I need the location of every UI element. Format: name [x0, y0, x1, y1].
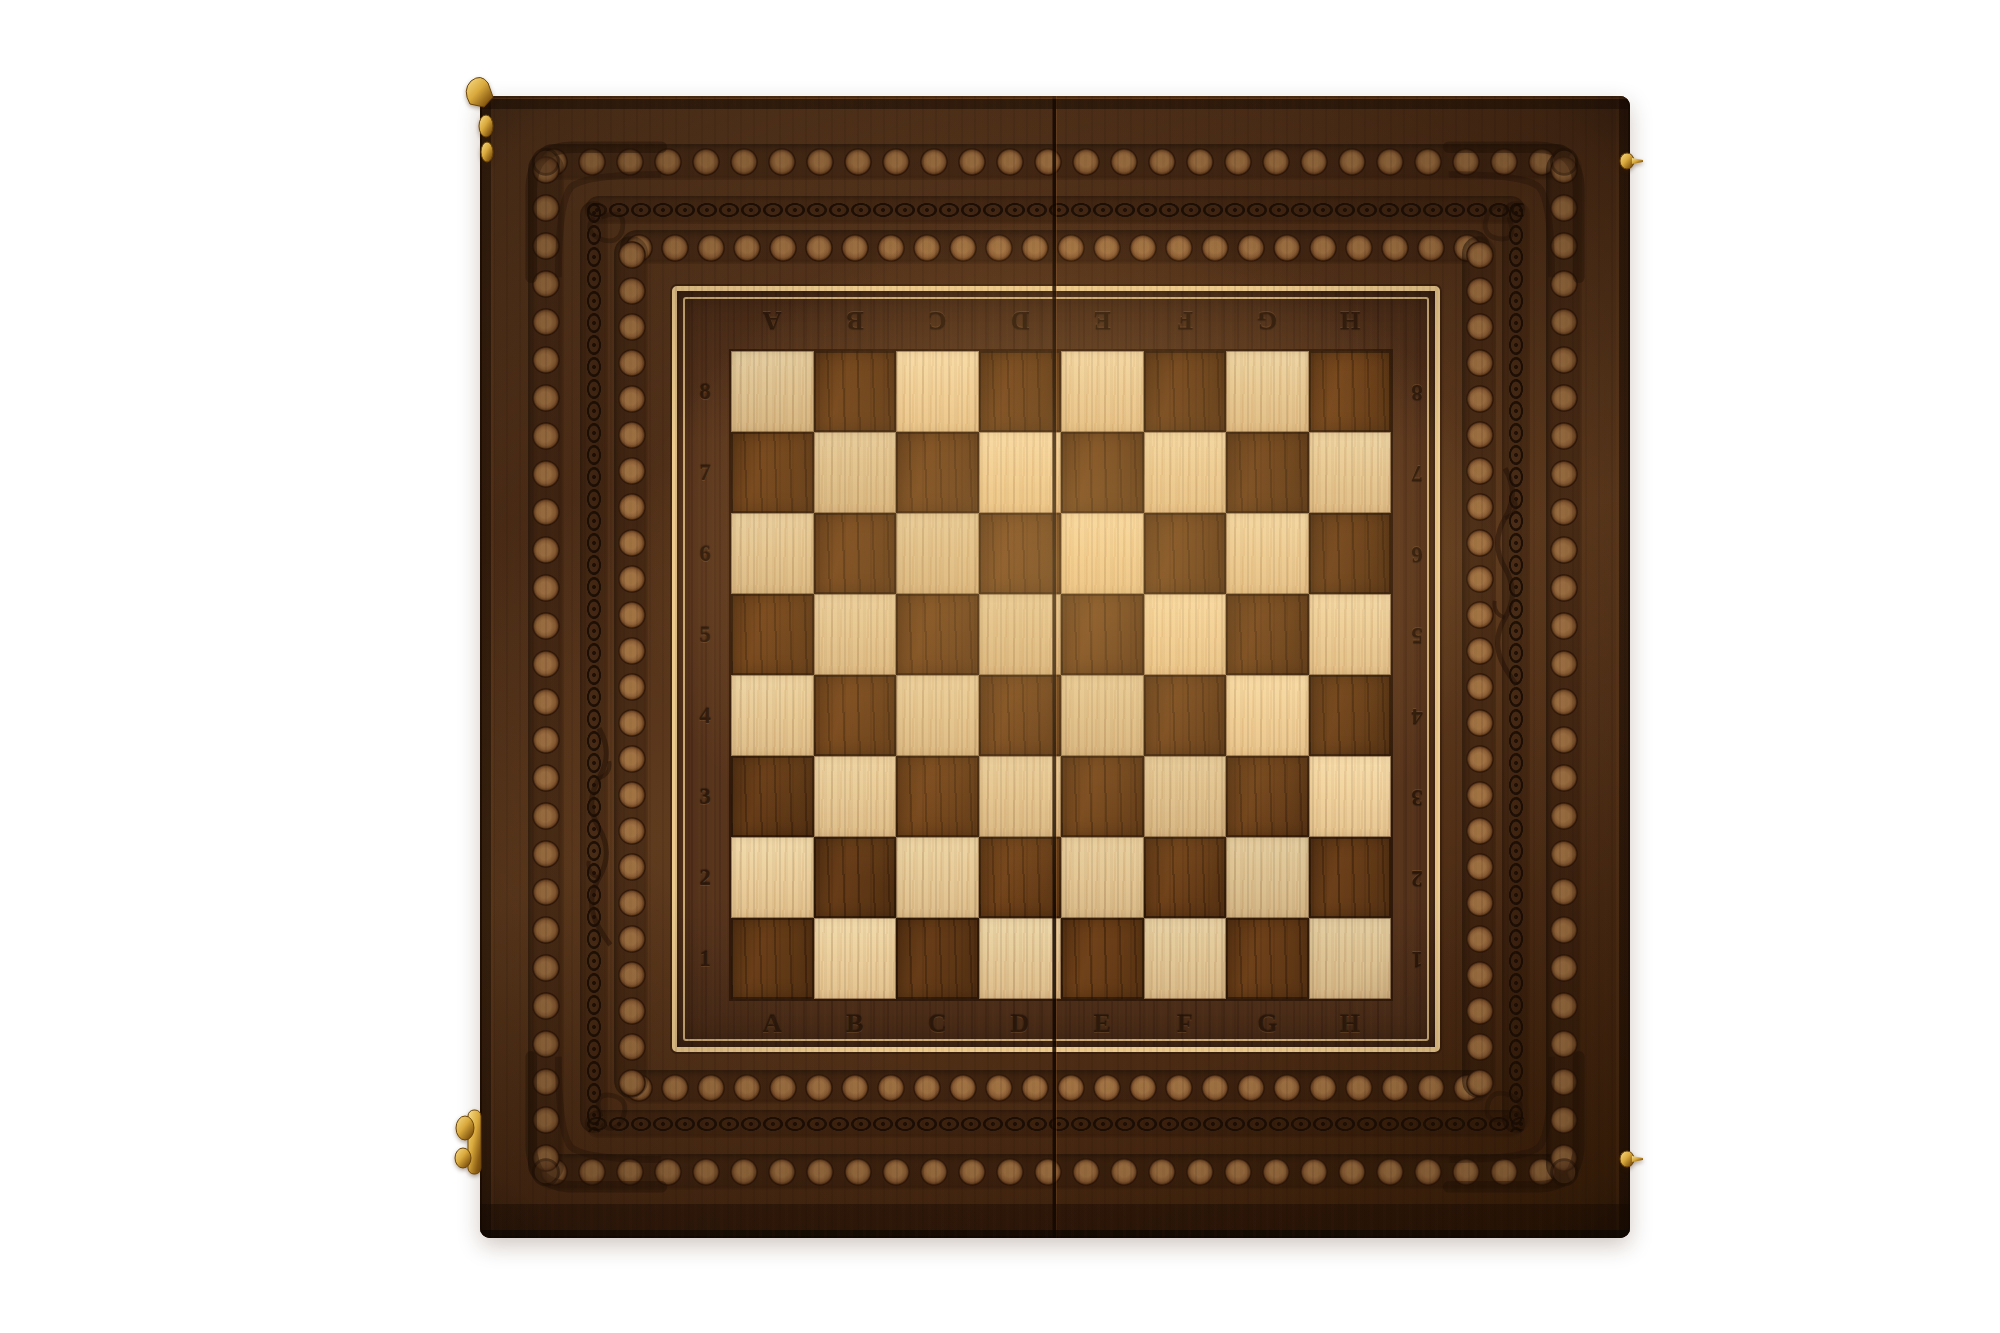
square-c5[interactable] [896, 594, 979, 675]
square-f2[interactable] [1144, 837, 1227, 918]
file-label-top-b: B [833, 303, 877, 337]
square-d2[interactable] [979, 837, 1062, 918]
square-g6[interactable] [1226, 513, 1309, 594]
rank-label-right-1: 1 [1395, 944, 1439, 974]
file-label-top-g: G [1245, 303, 1289, 337]
square-a4[interactable] [731, 675, 814, 756]
file-label-bottom-d: D [998, 1007, 1042, 1041]
bottom-right-hinge-pin[interactable] [1618, 1144, 1644, 1174]
square-g8[interactable] [1226, 351, 1309, 432]
square-g4[interactable] [1226, 675, 1309, 756]
square-h6[interactable] [1309, 513, 1392, 594]
rank-label-left-4: 4 [683, 701, 727, 731]
rank-label-right-2: 2 [1395, 863, 1439, 893]
rank-label-right-4: 4 [1395, 701, 1439, 731]
file-label-bottom-e: E [1080, 1007, 1124, 1041]
rank-label-right-7: 7 [1395, 458, 1439, 488]
square-c8[interactable] [896, 351, 979, 432]
vine-flourish-right [1488, 426, 1522, 726]
bottom-left-clasp[interactable] [450, 1104, 490, 1182]
square-h8[interactable] [1309, 351, 1392, 432]
square-e3[interactable] [1061, 756, 1144, 837]
square-e1[interactable] [1061, 918, 1144, 999]
square-b1[interactable] [814, 918, 897, 999]
square-d6[interactable] [979, 513, 1062, 594]
square-e8[interactable] [1061, 351, 1144, 432]
square-a8[interactable] [731, 351, 814, 432]
file-label-bottom-h: H [1328, 1007, 1372, 1041]
square-b8[interactable] [814, 351, 897, 432]
rank-label-right-8: 8 [1395, 377, 1439, 407]
square-f5[interactable] [1144, 594, 1227, 675]
square-e5[interactable] [1061, 594, 1144, 675]
file-label-top-h: H [1328, 303, 1372, 337]
rank-label-right-6: 6 [1395, 539, 1439, 569]
square-c6[interactable] [896, 513, 979, 594]
square-g5[interactable] [1226, 594, 1309, 675]
square-f7[interactable] [1144, 432, 1227, 513]
rank-label-left-3: 3 [683, 782, 727, 812]
square-b6[interactable] [814, 513, 897, 594]
square-h2[interactable] [1309, 837, 1392, 918]
rank-label-left-5: 5 [683, 620, 727, 650]
square-f3[interactable] [1144, 756, 1227, 837]
square-d5[interactable] [979, 594, 1062, 675]
square-a6[interactable] [731, 513, 814, 594]
chess-board-case: AA88BB77CC66DD55EE44FF33GG22HH11 [480, 96, 1630, 1238]
square-d8[interactable] [979, 351, 1062, 432]
rank-label-left-7: 7 [683, 458, 727, 488]
square-b7[interactable] [814, 432, 897, 513]
square-b3[interactable] [814, 756, 897, 837]
photo-background: { "game": "chess", "description": "Overh… [0, 0, 2000, 1333]
rank-label-left-1: 1 [683, 944, 727, 974]
square-g2[interactable] [1226, 837, 1309, 918]
square-f6[interactable] [1144, 513, 1227, 594]
file-label-top-f: F [1163, 303, 1207, 337]
square-d1[interactable] [979, 918, 1062, 999]
bead-border-left [528, 151, 564, 1183]
square-e7[interactable] [1061, 432, 1144, 513]
square-f1[interactable] [1144, 918, 1227, 999]
square-c7[interactable] [896, 432, 979, 513]
file-label-bottom-a: A [750, 1007, 794, 1041]
square-c2[interactable] [896, 837, 979, 918]
square-e4[interactable] [1061, 675, 1144, 756]
square-b2[interactable] [814, 837, 897, 918]
square-h1[interactable] [1309, 918, 1392, 999]
center-fold-seam [1052, 96, 1058, 1238]
square-h4[interactable] [1309, 675, 1392, 756]
square-h7[interactable] [1309, 432, 1392, 513]
square-h5[interactable] [1309, 594, 1392, 675]
square-f4[interactable] [1144, 675, 1227, 756]
file-label-bottom-b: B [833, 1007, 877, 1041]
chess-grid [731, 351, 1391, 999]
square-d3[interactable] [979, 756, 1062, 837]
square-c4[interactable] [896, 675, 979, 756]
square-a3[interactable] [731, 756, 814, 837]
square-a2[interactable] [731, 837, 814, 918]
rank-label-left-2: 2 [683, 863, 727, 893]
file-label-top-e: E [1080, 303, 1124, 337]
square-e6[interactable] [1061, 513, 1144, 594]
square-b4[interactable] [814, 675, 897, 756]
inner-bead-border-left [614, 236, 648, 1098]
square-b5[interactable] [814, 594, 897, 675]
file-label-top-c: C [915, 303, 959, 337]
square-g1[interactable] [1226, 918, 1309, 999]
corner-scrollwork-top-right [1439, 122, 1604, 287]
bead-border-right [1546, 151, 1582, 1183]
file-label-bottom-c: C [915, 1007, 959, 1041]
corner-scrollwork-top-left [506, 122, 671, 287]
square-e2[interactable] [1061, 837, 1144, 918]
square-c3[interactable] [896, 756, 979, 837]
top-left-latch[interactable] [460, 70, 504, 180]
square-a7[interactable] [731, 432, 814, 513]
square-g3[interactable] [1226, 756, 1309, 837]
corner-scrollwork-bottom-left [506, 1047, 671, 1212]
square-h3[interactable] [1309, 756, 1392, 837]
file-label-top-d: D [998, 303, 1042, 337]
corner-scrollwork-bottom-right [1439, 1047, 1604, 1212]
rank-label-left-8: 8 [683, 377, 727, 407]
square-a5[interactable] [731, 594, 814, 675]
square-c1[interactable] [896, 918, 979, 999]
square-g7[interactable] [1226, 432, 1309, 513]
file-label-bottom-g: G [1245, 1007, 1289, 1041]
square-f8[interactable] [1144, 351, 1227, 432]
rank-label-right-5: 5 [1395, 620, 1439, 650]
rank-label-left-6: 6 [683, 539, 727, 569]
square-d7[interactable] [979, 432, 1062, 513]
rope-border-left [580, 201, 608, 1133]
vine-flourish-left [582, 716, 616, 956]
file-label-bottom-f: F [1163, 1007, 1207, 1041]
square-a1[interactable] [731, 918, 814, 999]
file-label-top-a: A [750, 303, 794, 337]
square-d4[interactable] [979, 675, 1062, 756]
rank-label-right-3: 3 [1395, 782, 1439, 812]
top-right-hinge-pin[interactable] [1618, 146, 1644, 176]
